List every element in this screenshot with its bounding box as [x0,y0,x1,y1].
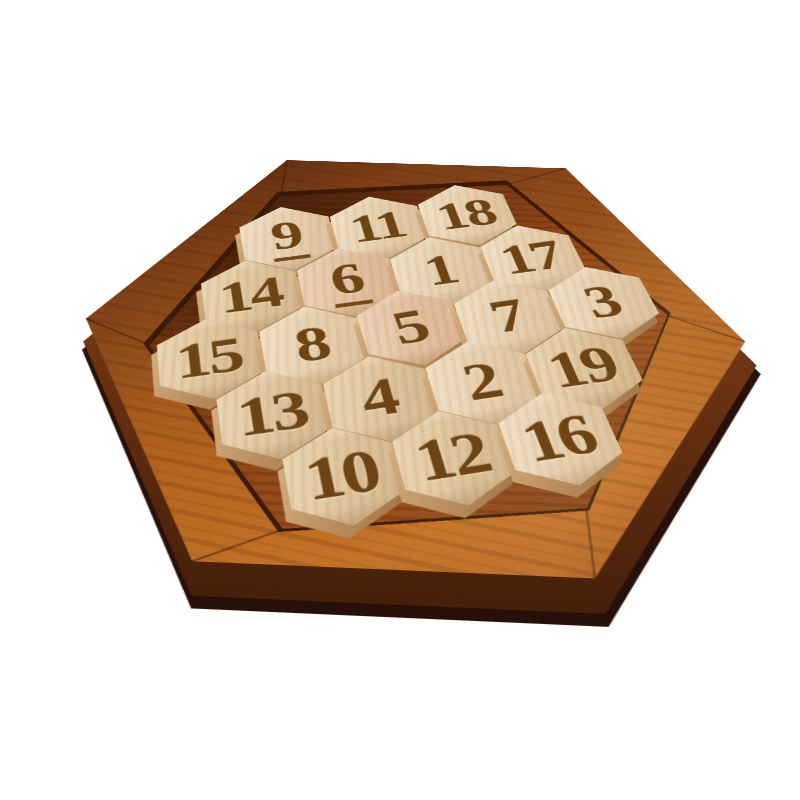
product-photo-scene: 9 11 18 14 [0,0,800,800]
tile-number: 12 [408,423,499,492]
tile-cluster: 9 11 18 14 [48,123,800,667]
tile-number: 16 [514,406,607,472]
tile-number: 3 [576,278,630,326]
tile-number: 5 [386,302,437,353]
puzzle-board: 9 11 18 14 [0,144,800,614]
tile-number: 10 [300,440,388,511]
